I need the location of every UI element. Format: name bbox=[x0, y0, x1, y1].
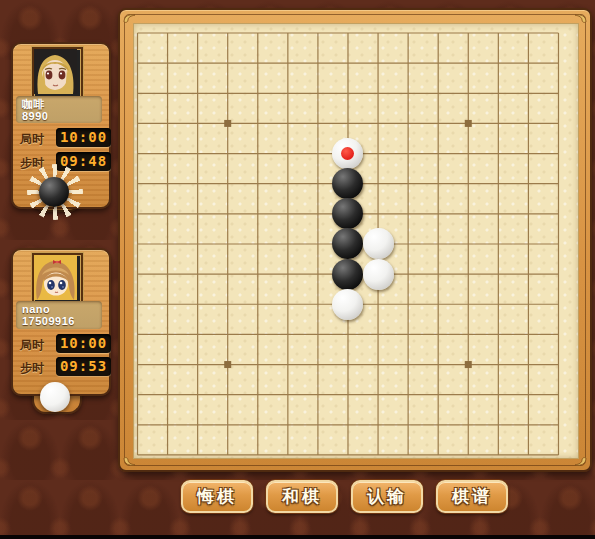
game-time-display: 10:00 bbox=[56, 128, 111, 147]
black-stone-indicator bbox=[39, 177, 69, 207]
black-stone bbox=[332, 259, 363, 290]
bottom-border-strip bbox=[0, 535, 595, 539]
last-move-marker bbox=[341, 147, 354, 160]
game-time-label: 局时 bbox=[20, 337, 44, 354]
game-time-label: 局时 bbox=[20, 131, 44, 148]
name-plate: 咖啡 8990 bbox=[16, 96, 102, 123]
player-name: 咖啡 bbox=[22, 98, 96, 110]
move-time-display: 09:53 bbox=[56, 357, 111, 376]
name-plate: nano 17509916 bbox=[16, 301, 102, 329]
move-time-label: 步时 bbox=[20, 360, 44, 377]
game-window: 咖啡 8990 局时 10:00 步时 09:48 bbox=[0, 0, 595, 539]
player-panel-white: nano 17509916 局时 10:00 步时 09:53 bbox=[11, 248, 111, 396]
game-record-button[interactable]: 棋谱 bbox=[436, 480, 508, 513]
gomoku-board[interactable] bbox=[133, 23, 579, 459]
game-time-display: 10:00 bbox=[56, 334, 111, 353]
player-id: 8990 bbox=[22, 110, 96, 122]
player-name: nano bbox=[22, 303, 96, 315]
offer-draw-button[interactable]: 和棋 bbox=[266, 480, 338, 513]
avatar-white-player bbox=[32, 253, 83, 306]
player-id: 17509916 bbox=[22, 315, 96, 327]
resign-button[interactable]: 认输 bbox=[351, 480, 423, 513]
white-stone bbox=[363, 259, 394, 290]
board-panel bbox=[118, 8, 592, 472]
avatar-black-player bbox=[32, 47, 83, 100]
white-stone-indicator bbox=[40, 382, 70, 412]
undo-move-button[interactable]: 悔棋 bbox=[181, 480, 253, 513]
white-stone bbox=[363, 228, 394, 259]
